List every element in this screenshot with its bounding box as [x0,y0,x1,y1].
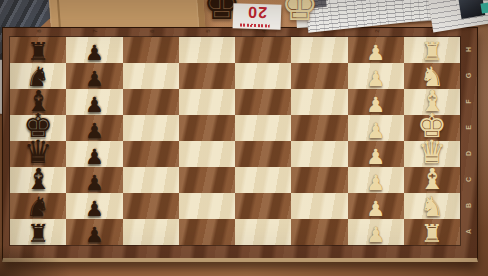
piece-black-pawn-g7[interactable]: ♟ [85,69,104,90]
file-label-e: E [465,123,472,133]
square-c4[interactable] [235,167,291,193]
square-e5[interactable] [179,115,235,141]
piece-black-pawn-f7[interactable]: ♟ [85,95,104,116]
square-a3[interactable] [291,219,347,245]
square-c3[interactable] [291,167,347,193]
square-d7[interactable]: ♟ [66,141,122,167]
square-c7[interactable]: ♟ [66,167,122,193]
file-label-g: G [465,71,472,81]
piece-white-pawn-f2[interactable]: ♟ [366,95,385,116]
square-g6[interactable] [123,63,179,89]
square-f2[interactable]: ♟ [348,89,404,115]
piece-white-pawn-b2[interactable]: ♟ [366,199,385,220]
card-number: 20 [233,3,282,22]
square-a5[interactable] [179,219,235,245]
square-h6[interactable] [123,37,179,63]
rank-label-7: 7 [92,26,98,36]
scene: ♜♟♟♜♞♟♟♞♝♟♟♝♚♟♟♚♛♟♟♛♝♟♟♝♞♟♟♞♜♟♟♜ HGFEDCB… [0,0,488,276]
square-a2[interactable]: ♟ [348,219,404,245]
square-d2[interactable]: ♟ [348,141,404,167]
board-grid: ♜♟♟♜♞♟♟♞♝♟♟♝♚♟♟♚♛♟♟♛♝♟♟♝♞♟♟♞♜♟♟♜ [10,37,460,245]
square-c2[interactable]: ♟ [348,167,404,193]
square-e4[interactable] [235,115,291,141]
rank-label-6: 6 [149,26,155,36]
piece-white-pawn-d2[interactable]: ♟ [366,147,385,168]
square-b4[interactable] [235,193,291,219]
square-d5[interactable] [179,141,235,167]
card-smallprint [240,23,270,27]
square-b7[interactable]: ♟ [66,193,122,219]
file-label-c: C [465,175,472,185]
square-e2[interactable]: ♟ [348,115,404,141]
piece-black-bishop-c8[interactable]: ♝ [25,165,51,194]
piece-white-pawn-h2[interactable]: ♟ [366,43,385,64]
square-b8[interactable]: ♞ [10,193,66,219]
square-b6[interactable] [123,193,179,219]
file-label-d: D [465,149,472,159]
square-d6[interactable] [123,141,179,167]
piece-black-pawn-a7[interactable]: ♟ [85,225,104,246]
square-f5[interactable] [179,89,235,115]
square-b3[interactable] [291,193,347,219]
square-f7[interactable]: ♟ [66,89,122,115]
file-label-f: F [465,97,472,107]
piece-black-knight-b8[interactable]: ♞ [26,193,50,220]
square-g5[interactable] [179,63,235,89]
square-h4[interactable] [235,37,291,63]
square-d3[interactable] [291,141,347,167]
square-e6[interactable] [123,115,179,141]
square-h2[interactable]: ♟ [348,37,404,63]
piece-white-knight-b1[interactable]: ♞ [420,193,444,220]
square-a1[interactable]: ♜ [404,219,460,245]
square-g4[interactable] [235,63,291,89]
square-a4[interactable] [235,219,291,245]
square-h3[interactable] [291,37,347,63]
square-a8[interactable]: ♜ [10,219,66,245]
file-label-a: A [465,227,472,237]
piece-white-bishop-c1[interactable]: ♝ [419,165,445,194]
square-h7[interactable]: ♟ [66,37,122,63]
piece-white-pawn-c2[interactable]: ♟ [366,173,385,194]
square-e7[interactable]: ♟ [66,115,122,141]
piece-white-rook-a1[interactable]: ♜ [421,221,443,246]
square-h5[interactable] [179,37,235,63]
piece-black-pawn-d7[interactable]: ♟ [85,147,104,168]
piece-black-pawn-c7[interactable]: ♟ [85,173,104,194]
file-label-h: H [465,45,472,55]
square-c8[interactable]: ♝ [10,167,66,193]
square-f4[interactable] [235,89,291,115]
file-label-b: B [465,201,472,211]
square-f6[interactable] [123,89,179,115]
square-e3[interactable] [291,115,347,141]
piece-black-pawn-h7[interactable]: ♟ [85,43,104,64]
square-c5[interactable] [179,167,235,193]
piece-black-pawn-b7[interactable]: ♟ [85,199,104,220]
square-f3[interactable] [291,89,347,115]
square-c1[interactable]: ♝ [404,167,460,193]
piece-white-pawn-e2[interactable]: ♟ [366,121,385,142]
teal-tag [480,2,488,14]
square-d4[interactable] [235,141,291,167]
square-a6[interactable] [123,219,179,245]
square-c6[interactable] [123,167,179,193]
square-g7[interactable]: ♟ [66,63,122,89]
square-h8[interactable]: ♜ [10,37,66,63]
spare-white-king[interactable]: ♚ [281,0,319,27]
piece-black-pawn-e7[interactable]: ♟ [85,121,104,142]
table-number-card: 20 [233,3,282,30]
square-a7[interactable]: ♟ [66,219,122,245]
square-b2[interactable]: ♟ [348,193,404,219]
corner-shadow [0,246,70,276]
square-h1[interactable]: ♜ [404,37,460,63]
piece-white-pawn-a2[interactable]: ♟ [366,225,385,246]
piece-black-rook-a8[interactable]: ♜ [27,221,49,246]
square-g3[interactable] [291,63,347,89]
square-g2[interactable]: ♟ [348,63,404,89]
piece-white-pawn-g2[interactable]: ♟ [366,69,385,90]
square-b1[interactable]: ♞ [404,193,460,219]
square-b5[interactable] [179,193,235,219]
rank-label-8: 8 [36,26,42,36]
chess-board: ♜♟♟♜♞♟♟♞♝♟♟♝♚♟♟♚♛♟♟♛♝♟♟♝♞♟♟♞♜♟♟♜ HGFEDCB… [2,27,478,262]
rank-label-2: 2 [374,26,380,36]
leaflet[interactable] [427,0,488,32]
